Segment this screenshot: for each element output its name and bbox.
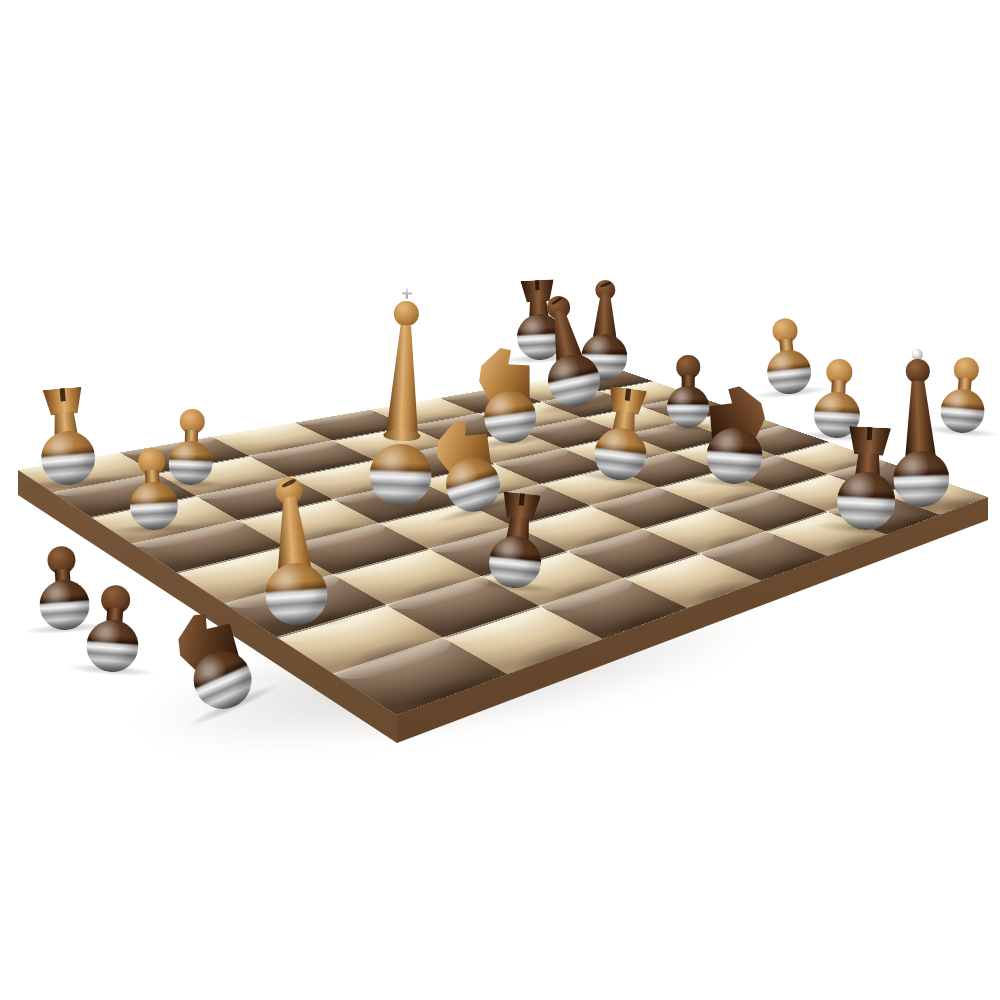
light-rook-2-on-f5	[592, 385, 655, 483]
light-king-on-c6	[369, 287, 439, 507]
dark-rook-2-on-h2	[836, 426, 899, 532]
dark-rook-3-on-c3	[487, 491, 549, 591]
dark-pawn-2-off-board	[36, 544, 92, 631]
dark-knight-2-off-board	[167, 603, 261, 718]
king-neck-shape	[386, 325, 422, 437]
dark-pawn-3-off-board	[85, 583, 143, 673]
pieces-layer	[0, 0, 1000, 1000]
chrome-wobble-base	[836, 471, 897, 532]
king-collar-shape	[383, 429, 421, 441]
light-bishop-on-a3	[257, 475, 329, 627]
chrome-wobble-base	[765, 348, 813, 396]
queen-bulb-shape	[905, 359, 929, 383]
dark-pawn-1-on-h6	[667, 355, 709, 428]
king-bulb-shape	[393, 301, 419, 327]
chrome-wobble-base	[543, 350, 605, 412]
chrome-wobble-base	[892, 450, 950, 508]
queen-finial-shape	[912, 349, 923, 360]
chrome-wobble-base	[667, 386, 709, 428]
chrome-wobble-base	[369, 443, 433, 507]
chrome-wobble-base	[39, 429, 98, 488]
rook-slot-shape	[60, 388, 66, 401]
queen-neck-shape	[902, 380, 936, 460]
chrome-wobble-base	[263, 561, 329, 627]
light-pawn-2-on-a7	[127, 447, 179, 531]
rook-slot-shape	[867, 427, 873, 441]
chrome-wobble-base	[85, 618, 141, 674]
chrome-wobble-base	[38, 578, 91, 631]
rook-slot-shape	[535, 280, 540, 291]
king-cross-shape	[402, 288, 413, 299]
light-pawn-3-off-board	[762, 316, 814, 396]
dark-knight-1-on-g4	[705, 384, 768, 486]
chrome-wobble-base	[592, 425, 650, 483]
light-rook-1-on-a8	[35, 386, 97, 487]
chrome-wobble-base	[129, 481, 179, 531]
chrome-wobble-base	[487, 534, 544, 591]
wobble-chess-product-photo	[0, 0, 1000, 1000]
